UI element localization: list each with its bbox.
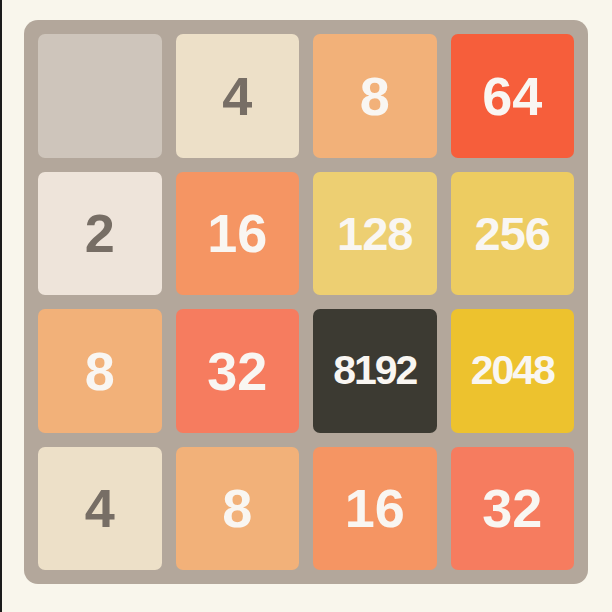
empty-cell-r1c1 — [38, 34, 162, 158]
page: { "game": "2048", "position": { "rows": … — [0, 0, 612, 612]
tile-4-r1c2: 4 — [176, 34, 300, 158]
tile-8-r1c3: 8 — [313, 34, 437, 158]
tile-64-r1c4: 64 — [451, 34, 575, 158]
board[interactable]: 486421612825683281922048481632 — [24, 20, 588, 584]
tile-32-r4c4: 32 — [451, 447, 575, 571]
tile-8192-r3c3: 8192 — [313, 309, 437, 433]
tile-8-r3c1: 8 — [38, 309, 162, 433]
tile-32-r3c2: 32 — [176, 309, 300, 433]
tile-256-r2c4: 256 — [451, 172, 575, 296]
tile-8-r4c2: 8 — [176, 447, 300, 571]
tile-16-r4c3: 16 — [313, 447, 437, 571]
tile-4-r4c1: 4 — [38, 447, 162, 571]
tile-2-r2c1: 2 — [38, 172, 162, 296]
tile-2048-r3c4: 2048 — [451, 309, 575, 433]
tile-128-r2c3: 128 — [313, 172, 437, 296]
tile-16-r2c2: 16 — [176, 172, 300, 296]
